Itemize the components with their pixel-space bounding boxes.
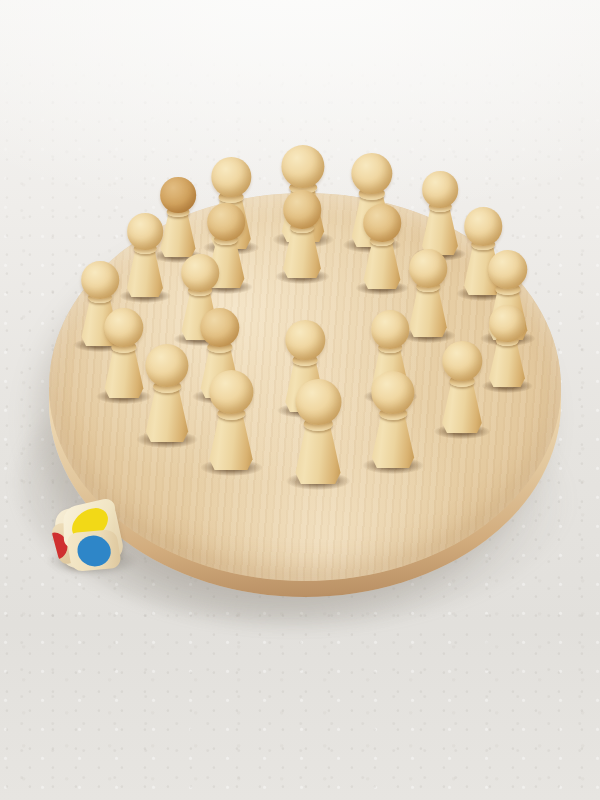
pawn-head (371, 310, 410, 349)
pawn-head (422, 171, 459, 208)
pawn-head (145, 344, 188, 387)
pawn-head (363, 204, 401, 242)
scene (0, 0, 600, 800)
pawn-r5c5[interactable] (441, 341, 484, 433)
pawn-head (281, 145, 324, 188)
pawn-head (207, 203, 245, 241)
pawn-r1c5[interactable] (421, 171, 460, 255)
pawn-head (371, 371, 414, 414)
pawn-r2c3[interactable] (282, 190, 323, 278)
blue-dot (75, 534, 113, 568)
pawn-r4c1[interactable] (103, 308, 145, 398)
pawn-head (127, 213, 164, 250)
pawn-head (488, 250, 527, 289)
pawn-r5c1[interactable] (144, 344, 190, 442)
pawn-head (160, 177, 196, 213)
pawn-head (81, 261, 119, 299)
pawn-head (200, 308, 239, 347)
pieces-layer (0, 0, 600, 800)
pawn-r2c1[interactable] (126, 213, 165, 297)
pawn-head (409, 249, 448, 288)
pawn-head (489, 305, 526, 342)
pawn-head (285, 320, 325, 360)
pawn-head (181, 254, 219, 292)
die-face-blue (66, 529, 122, 572)
pawn-head (211, 157, 251, 197)
pawn-r3c4[interactable] (408, 249, 449, 337)
pawn-head (351, 153, 392, 194)
pawn-head (295, 379, 341, 425)
color-die[interactable] (56, 502, 126, 570)
pawn-r5c2[interactable] (208, 370, 255, 470)
pawn-head (209, 370, 253, 414)
pawn-head (464, 207, 503, 246)
pawn-head (104, 308, 143, 347)
pawn-r1c1[interactable] (159, 177, 197, 257)
pawn-r4c5[interactable] (488, 305, 527, 387)
pawn-r2c4[interactable] (362, 204, 402, 289)
pawn-head (442, 341, 482, 381)
pawn-r5c3[interactable] (294, 379, 343, 484)
pawn-r5c4[interactable] (370, 371, 416, 468)
pawn-head (283, 190, 322, 229)
